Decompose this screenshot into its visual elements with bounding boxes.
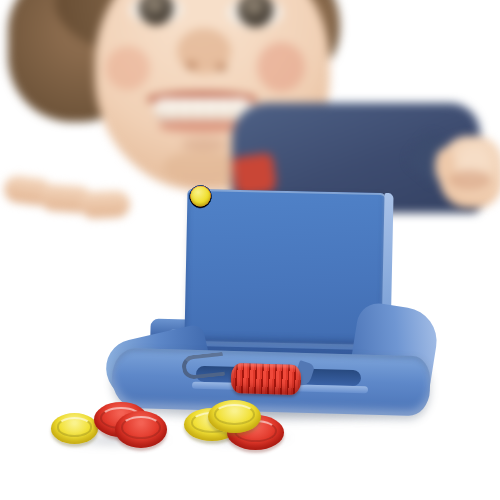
thumb-crease bbox=[449, 170, 491, 190]
child-left-hand bbox=[0, 165, 140, 225]
child-chin bbox=[181, 138, 227, 150]
child-cheek bbox=[257, 42, 305, 92]
board-grid bbox=[198, 196, 377, 330]
child-neck bbox=[163, 150, 241, 184]
loose-disc-yellow bbox=[208, 400, 261, 433]
finger bbox=[80, 190, 131, 219]
child-right-hand bbox=[405, 128, 500, 218]
red-roller-handle bbox=[231, 363, 302, 395]
handle-wire bbox=[181, 352, 225, 380]
product-photo-scene bbox=[0, 0, 500, 500]
loose-disc-yellow bbox=[51, 413, 98, 444]
child-cheek bbox=[106, 46, 150, 90]
connect-four-board bbox=[184, 189, 385, 345]
loose-disc-red bbox=[115, 411, 167, 448]
yellow-disc bbox=[190, 186, 210, 206]
